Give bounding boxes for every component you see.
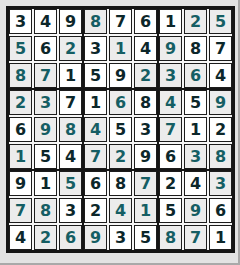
cell-r8c2[interactable]: 8 — [34, 198, 57, 223]
cell-r7c5[interactable]: 8 — [109, 171, 132, 196]
cell-r3c8[interactable]: 6 — [184, 63, 207, 88]
cell-r9c8[interactable]: 7 — [184, 225, 207, 250]
cell-r3c9[interactable]: 4 — [209, 63, 232, 88]
cell-r6c8[interactable]: 3 — [184, 144, 207, 169]
sudoku-box-1: 349562871 — [9, 9, 82, 88]
sudoku-box-8: 687241935 — [84, 171, 157, 250]
cell-r2c3[interactable]: 2 — [59, 36, 82, 61]
cell-r5c4[interactable]: 4 — [84, 117, 107, 142]
cell-r7c8[interactable]: 4 — [184, 171, 207, 196]
cell-r4c1[interactable]: 2 — [9, 90, 32, 115]
cell-r9c4[interactable]: 9 — [84, 225, 107, 250]
cell-r6c3[interactable]: 4 — [59, 144, 82, 169]
cell-r4c3[interactable]: 7 — [59, 90, 82, 115]
cell-r8c1[interactable]: 7 — [9, 198, 32, 223]
cell-r8c7[interactable]: 5 — [159, 198, 182, 223]
cell-r7c2[interactable]: 1 — [34, 171, 57, 196]
cell-r1c6[interactable]: 6 — [134, 9, 157, 34]
cell-r6c7[interactable]: 6 — [159, 144, 182, 169]
cell-r6c6[interactable]: 9 — [134, 144, 157, 169]
sudoku-box-3: 125987364 — [159, 9, 232, 88]
cell-r3c6[interactable]: 2 — [134, 63, 157, 88]
cell-r1c4[interactable]: 8 — [84, 9, 107, 34]
cell-r6c4[interactable]: 7 — [84, 144, 107, 169]
cell-r9c6[interactable]: 5 — [134, 225, 157, 250]
cell-r4c5[interactable]: 6 — [109, 90, 132, 115]
cell-r7c3[interactable]: 5 — [59, 171, 82, 196]
cell-r5c6[interactable]: 3 — [134, 117, 157, 142]
cell-r3c5[interactable]: 9 — [109, 63, 132, 88]
cell-r2c2[interactable]: 6 — [34, 36, 57, 61]
cell-r1c1[interactable]: 3 — [9, 9, 32, 34]
cell-r2c8[interactable]: 8 — [184, 36, 207, 61]
cell-r3c1[interactable]: 8 — [9, 63, 32, 88]
cell-r2c1[interactable]: 5 — [9, 36, 32, 61]
sudoku-box-4: 237698154 — [9, 90, 82, 169]
cell-r7c9[interactable]: 3 — [209, 171, 232, 196]
cell-r9c1[interactable]: 4 — [9, 225, 32, 250]
cell-r4c4[interactable]: 1 — [84, 90, 107, 115]
cell-r1c3[interactable]: 9 — [59, 9, 82, 34]
cell-r2c5[interactable]: 1 — [109, 36, 132, 61]
cell-r9c9[interactable]: 1 — [209, 225, 232, 250]
sudoku-box-6: 459712638 — [159, 90, 232, 169]
cell-r2c6[interactable]: 4 — [134, 36, 157, 61]
cell-r3c2[interactable]: 7 — [34, 63, 57, 88]
cell-r1c9[interactable]: 5 — [209, 9, 232, 34]
cell-r2c4[interactable]: 3 — [84, 36, 107, 61]
cell-r8c5[interactable]: 4 — [109, 198, 132, 223]
cell-r6c2[interactable]: 5 — [34, 144, 57, 169]
cell-r7c6[interactable]: 7 — [134, 171, 157, 196]
sudoku-box-9: 243596871 — [159, 171, 232, 250]
cell-r8c9[interactable]: 6 — [209, 198, 232, 223]
cell-r6c9[interactable]: 8 — [209, 144, 232, 169]
cell-r1c8[interactable]: 2 — [184, 9, 207, 34]
cell-r7c7[interactable]: 2 — [159, 171, 182, 196]
cell-r5c1[interactable]: 6 — [9, 117, 32, 142]
cell-r1c7[interactable]: 1 — [159, 9, 182, 34]
sudoku-box-2: 876314592 — [84, 9, 157, 88]
sudoku-board: 3495628718763145921259873642376981541684… — [6, 6, 235, 253]
cell-r1c2[interactable]: 4 — [34, 9, 57, 34]
cell-r7c4[interactable]: 6 — [84, 171, 107, 196]
cell-r9c7[interactable]: 8 — [159, 225, 182, 250]
cell-r3c7[interactable]: 3 — [159, 63, 182, 88]
cell-r8c4[interactable]: 2 — [84, 198, 107, 223]
cell-r5c7[interactable]: 7 — [159, 117, 182, 142]
cell-r3c3[interactable]: 1 — [59, 63, 82, 88]
cell-r5c2[interactable]: 9 — [34, 117, 57, 142]
cell-r5c9[interactable]: 2 — [209, 117, 232, 142]
cell-r2c7[interactable]: 9 — [159, 36, 182, 61]
cell-r4c6[interactable]: 8 — [134, 90, 157, 115]
cell-r5c8[interactable]: 1 — [184, 117, 207, 142]
cell-r4c2[interactable]: 3 — [34, 90, 57, 115]
cell-r7c1[interactable]: 9 — [9, 171, 32, 196]
cell-r5c5[interactable]: 5 — [109, 117, 132, 142]
cell-r8c6[interactable]: 1 — [134, 198, 157, 223]
cell-r4c9[interactable]: 9 — [209, 90, 232, 115]
sudoku-box-7: 915783426 — [9, 171, 82, 250]
cell-r8c3[interactable]: 3 — [59, 198, 82, 223]
cell-r5c3[interactable]: 8 — [59, 117, 82, 142]
cell-r1c5[interactable]: 7 — [109, 9, 132, 34]
cell-r4c7[interactable]: 4 — [159, 90, 182, 115]
cell-r6c1[interactable]: 1 — [9, 144, 32, 169]
cell-r9c5[interactable]: 3 — [109, 225, 132, 250]
sudoku-box-5: 168453729 — [84, 90, 157, 169]
cell-r2c9[interactable]: 7 — [209, 36, 232, 61]
cell-r4c8[interactable]: 5 — [184, 90, 207, 115]
cell-r9c2[interactable]: 2 — [34, 225, 57, 250]
cell-r3c4[interactable]: 5 — [84, 63, 107, 88]
cell-r8c8[interactable]: 9 — [184, 198, 207, 223]
cell-r6c5[interactable]: 2 — [109, 144, 132, 169]
cell-r9c3[interactable]: 6 — [59, 225, 82, 250]
